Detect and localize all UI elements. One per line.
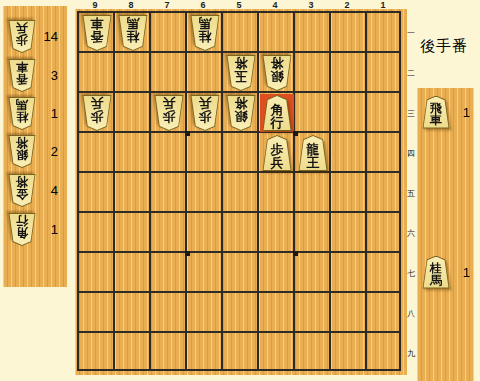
shogi-board[interactable]: 香車 桂馬 桂馬 玉将 銀将 歩兵 歩兵 歩兵 銀将 角行 歩兵 龍王 (75, 9, 407, 375)
star-point (185, 251, 190, 256)
sente-hand-tray: 飛車 1 桂馬 1 (417, 88, 474, 381)
gote-hand-pawn-count: 14 (44, 29, 60, 44)
gote-hand-lance[interactable]: 香車 3 (8, 58, 60, 92)
piece-kanji: 歩兵 (162, 97, 176, 124)
piece-kanji: 桂馬 (126, 17, 140, 44)
gote-hand-lance-count: 3 (51, 68, 60, 83)
star-point (293, 251, 298, 256)
rank-label-5: 五 (405, 173, 417, 213)
turn-indicator: 後手番 (412, 37, 476, 56)
piece-kanji: 香車 (15, 61, 29, 85)
board-piece-4d-pawn[interactable]: 歩兵 (262, 135, 292, 171)
sente-hand-knight[interactable]: 桂馬 1 (422, 255, 472, 289)
board-piece-4c-bishop-highlighted[interactable]: 角行 (262, 95, 292, 131)
sente-hand-knight-count: 1 (463, 265, 472, 280)
rank-label-3: 三 (405, 93, 417, 133)
star-point (185, 131, 190, 136)
piece-kanji: 銀将 (15, 137, 29, 161)
rank-label-7: 七 (405, 253, 417, 293)
sente-hand-rook-count: 1 (463, 105, 472, 120)
piece-kanji: 歩兵 (90, 97, 104, 124)
piece-kanji: 龍王 (306, 143, 320, 170)
piece-kanji: 銀将 (234, 97, 248, 124)
board-piece-4b-silver[interactable]: 銀将 (262, 55, 292, 91)
gote-hand-knight-count: 1 (51, 106, 60, 121)
piece-kanji: 銀将 (270, 57, 284, 84)
board-piece-8a-knight[interactable]: 桂馬 (118, 15, 148, 51)
piece-kanji: 金将 (15, 176, 29, 200)
gote-hand-bishop[interactable]: 角行 1 (8, 212, 60, 246)
piece-kanji: 歩兵 (198, 97, 212, 124)
rank-label-8: 八 (405, 293, 417, 333)
gote-hand-bishop-count: 1 (51, 222, 60, 237)
board-piece-7c-pawn[interactable]: 歩兵 (154, 95, 184, 131)
piece-kanji: 桂馬 (15, 99, 29, 123)
gote-hand-silver[interactable]: 銀将 2 (8, 134, 60, 168)
piece-kanji: 桂馬 (198, 17, 212, 44)
board-grid[interactable]: 香車 桂馬 桂馬 玉将 銀将 歩兵 歩兵 歩兵 銀将 角行 歩兵 龍王 (77, 11, 401, 371)
rank-label-4: 四 (405, 133, 417, 173)
rank-labels: 一 二 三 四 五 六 七 八 九 (405, 13, 417, 373)
piece-kanji: 角行 (270, 103, 284, 130)
board-piece-6c-pawn[interactable]: 歩兵 (190, 95, 220, 131)
piece-kanji: 香車 (90, 17, 104, 44)
gote-hand-silver-count: 2 (51, 144, 60, 159)
board-piece-9c-pawn[interactable]: 歩兵 (82, 95, 112, 131)
piece-kanji: 飛車 (429, 102, 443, 126)
rank-label-2: 二 (405, 53, 417, 93)
gote-hand-tray: 歩兵 14 香車 3 桂馬 1 銀将 2 金将 4 角行 1 (3, 6, 67, 287)
sente-hand-rook[interactable]: 飛車 1 (422, 95, 472, 129)
gote-hand-pawn[interactable]: 歩兵 14 (8, 19, 60, 53)
rank-label-9: 九 (405, 333, 417, 373)
board-piece-9a-lance[interactable]: 香車 (82, 15, 112, 51)
piece-kanji: 角行 (15, 215, 29, 239)
gote-hand-gold[interactable]: 金将 4 (8, 173, 60, 207)
piece-kanji: 桂馬 (429, 262, 443, 286)
board-piece-3d-dragon[interactable]: 龍王 (298, 135, 328, 171)
gote-hand-knight[interactable]: 桂馬 1 (8, 96, 60, 130)
piece-kanji: 玉将 (234, 57, 248, 84)
board-piece-5c-silver[interactable]: 銀将 (226, 95, 256, 131)
shogi-diagram: 歩兵 14 香車 3 桂馬 1 銀将 2 金将 4 角行 1 9 8 7 6 5… (0, 0, 480, 381)
rank-label-6: 六 (405, 213, 417, 253)
piece-kanji: 歩兵 (270, 143, 284, 170)
piece-kanji: 歩兵 (15, 22, 29, 46)
board-piece-6a-knight[interactable]: 桂馬 (190, 15, 220, 51)
board-piece-5b-king[interactable]: 玉将 (226, 55, 256, 91)
gote-hand-gold-count: 4 (51, 183, 60, 198)
